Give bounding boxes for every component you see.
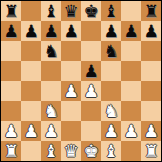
black-pawn[interactable]: ♟ xyxy=(1,21,21,41)
square-c8[interactable]: ♝ xyxy=(41,1,61,21)
white-pawn[interactable]: ♟ xyxy=(21,121,41,141)
white-knight[interactable]: ♞ xyxy=(101,101,121,121)
white-pawn[interactable]: ♟ xyxy=(41,121,61,141)
black-pawn[interactable]: ♟ xyxy=(21,21,41,41)
square-c3[interactable]: ♞ xyxy=(41,101,61,121)
square-h4[interactable] xyxy=(141,81,161,101)
black-pawn[interactable]: ♟ xyxy=(81,61,101,81)
square-d6[interactable] xyxy=(61,41,81,61)
square-g5[interactable] xyxy=(121,61,141,81)
white-queen[interactable]: ♛ xyxy=(61,141,81,161)
square-c7[interactable]: ♟ xyxy=(41,21,61,41)
square-h3[interactable] xyxy=(141,101,161,121)
square-b1[interactable] xyxy=(21,141,41,161)
black-pawn[interactable]: ♟ xyxy=(101,21,121,41)
black-bishop[interactable]: ♝ xyxy=(101,1,121,21)
square-b8[interactable] xyxy=(21,1,41,21)
white-pawn[interactable]: ♟ xyxy=(1,121,21,141)
black-bishop[interactable]: ♝ xyxy=(41,1,61,21)
square-d2[interactable] xyxy=(61,121,81,141)
white-pawn[interactable]: ♟ xyxy=(81,81,101,101)
square-g4[interactable] xyxy=(121,81,141,101)
square-g6[interactable] xyxy=(121,41,141,61)
black-pawn[interactable]: ♟ xyxy=(61,21,81,41)
square-f8[interactable]: ♝ xyxy=(101,1,121,21)
square-d7[interactable]: ♟ xyxy=(61,21,81,41)
square-g3[interactable] xyxy=(121,101,141,121)
square-f7[interactable]: ♟ xyxy=(101,21,121,41)
square-b6[interactable] xyxy=(21,41,41,61)
white-pawn[interactable]: ♟ xyxy=(61,81,81,101)
square-f3[interactable]: ♞ xyxy=(101,101,121,121)
white-rook[interactable]: ♜ xyxy=(1,141,21,161)
square-c1[interactable]: ♝ xyxy=(41,141,61,161)
black-pawn[interactable]: ♟ xyxy=(141,21,161,41)
square-e6[interactable] xyxy=(81,41,101,61)
square-a7[interactable]: ♟ xyxy=(1,21,21,41)
square-e5[interactable]: ♟ xyxy=(81,61,101,81)
white-king[interactable]: ♚ xyxy=(81,141,101,161)
square-h7[interactable]: ♟ xyxy=(141,21,161,41)
square-d4[interactable]: ♟ xyxy=(61,81,81,101)
square-c4[interactable] xyxy=(41,81,61,101)
square-f6[interactable]: ♞ xyxy=(101,41,121,61)
square-d1[interactable]: ♛ xyxy=(61,141,81,161)
black-rook[interactable]: ♜ xyxy=(1,1,21,21)
square-a5[interactable] xyxy=(1,61,21,81)
white-bishop[interactable]: ♝ xyxy=(41,141,61,161)
black-pawn[interactable]: ♟ xyxy=(41,21,61,41)
square-e3[interactable] xyxy=(81,101,101,121)
square-h1[interactable]: ♜ xyxy=(141,141,161,161)
square-a2[interactable]: ♟ xyxy=(1,121,21,141)
white-pawn[interactable]: ♟ xyxy=(101,121,121,141)
black-rook[interactable]: ♜ xyxy=(141,1,161,21)
white-rook[interactable]: ♜ xyxy=(141,141,161,161)
square-d3[interactable] xyxy=(61,101,81,121)
black-queen[interactable]: ♛ xyxy=(61,1,81,21)
square-e4[interactable]: ♟ xyxy=(81,81,101,101)
square-b7[interactable]: ♟ xyxy=(21,21,41,41)
square-a1[interactable]: ♜ xyxy=(1,141,21,161)
square-a6[interactable] xyxy=(1,41,21,61)
square-a3[interactable] xyxy=(1,101,21,121)
square-d5[interactable] xyxy=(61,61,81,81)
square-f1[interactable]: ♝ xyxy=(101,141,121,161)
square-h5[interactable] xyxy=(141,61,161,81)
white-bishop[interactable]: ♝ xyxy=(101,141,121,161)
square-d8[interactable]: ♛ xyxy=(61,1,81,21)
square-a8[interactable]: ♜ xyxy=(1,1,21,21)
square-b4[interactable] xyxy=(21,81,41,101)
square-b3[interactable] xyxy=(21,101,41,121)
white-pawn[interactable]: ♟ xyxy=(141,121,161,141)
square-h8[interactable]: ♜ xyxy=(141,1,161,21)
square-e7[interactable] xyxy=(81,21,101,41)
square-g7[interactable]: ♟ xyxy=(121,21,141,41)
square-e8[interactable]: ♚ xyxy=(81,1,101,21)
square-g1[interactable] xyxy=(121,141,141,161)
black-king[interactable]: ♚ xyxy=(81,1,101,21)
square-e1[interactable]: ♚ xyxy=(81,141,101,161)
square-f2[interactable]: ♟ xyxy=(101,121,121,141)
square-g2[interactable]: ♟ xyxy=(121,121,141,141)
square-c2[interactable]: ♟ xyxy=(41,121,61,141)
black-pawn[interactable]: ♟ xyxy=(121,21,141,41)
square-h6[interactable] xyxy=(141,41,161,61)
white-knight[interactable]: ♞ xyxy=(41,101,61,121)
square-e2[interactable] xyxy=(81,121,101,141)
square-c6[interactable]: ♞ xyxy=(41,41,61,61)
chess-board: ♜♝♛♚♝♜♟♟♟♟♟♟♟♞♞♟♟♟♞♞♟♟♟♟♟♟♜♝♛♚♝♜ xyxy=(0,0,162,162)
square-g8[interactable] xyxy=(121,1,141,21)
square-a4[interactable] xyxy=(1,81,21,101)
black-knight[interactable]: ♞ xyxy=(101,41,121,61)
square-c5[interactable] xyxy=(41,61,61,81)
square-b5[interactable] xyxy=(21,61,41,81)
square-b2[interactable]: ♟ xyxy=(21,121,41,141)
square-f4[interactable] xyxy=(101,81,121,101)
square-h2[interactable]: ♟ xyxy=(141,121,161,141)
white-pawn[interactable]: ♟ xyxy=(121,121,141,141)
square-f5[interactable] xyxy=(101,61,121,81)
black-knight[interactable]: ♞ xyxy=(41,41,61,61)
